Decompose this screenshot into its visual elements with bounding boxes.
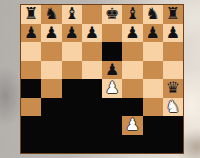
square-c2[interactable] [62, 116, 82, 135]
square-f4[interactable] [122, 79, 142, 98]
square-h2[interactable] [163, 116, 183, 135]
square-c3[interactable] [62, 98, 82, 117]
square-g8[interactable]: ♞ [143, 5, 163, 24]
square-b6[interactable] [41, 42, 61, 61]
black-queen-h4: ♛ [166, 79, 180, 97]
square-h7[interactable]: ♟ [163, 24, 183, 43]
square-a4[interactable] [21, 79, 41, 98]
black-rook-a8: ♜ [24, 5, 38, 23]
black-pawn-a7: ♟ [24, 24, 38, 42]
square-a3[interactable] [21, 98, 41, 117]
square-a7[interactable]: ♟ [21, 24, 41, 43]
square-g2[interactable] [143, 116, 163, 135]
square-d4[interactable] [82, 79, 102, 98]
square-f2[interactable]: ♟ [122, 116, 142, 135]
white-knight-h3: ♞ [166, 98, 180, 116]
black-pawn-f7: ♟ [125, 24, 139, 42]
square-h8[interactable]: ♜ [163, 5, 183, 24]
square-a8[interactable]: ♜ [21, 5, 41, 24]
square-c6[interactable] [62, 42, 82, 61]
square-h4[interactable]: ♛ [163, 79, 183, 98]
square-c1[interactable] [62, 135, 82, 154]
square-b4[interactable] [41, 79, 61, 98]
square-d6[interactable] [82, 42, 102, 61]
black-bishop-c8: ♝ [64, 5, 78, 23]
square-d1[interactable] [82, 135, 102, 154]
square-a1[interactable] [21, 135, 41, 154]
square-a6[interactable] [21, 42, 41, 61]
square-b3[interactable] [41, 98, 61, 117]
chess-board: ♜♞♝♚♝♞♜♟♟♟♟♟♟♟♟♟♛♞♟ [20, 4, 184, 154]
square-h5[interactable] [163, 61, 183, 80]
square-b1[interactable] [41, 135, 61, 154]
square-e8[interactable]: ♚ [102, 5, 122, 24]
square-f7[interactable]: ♟ [122, 24, 142, 43]
black-rook-h8: ♜ [166, 5, 180, 23]
square-b5[interactable] [41, 61, 61, 80]
app-background: ♜♞♝♚♝♞♜♟♟♟♟♟♟♟♟♟♛♞♟ [0, 0, 200, 158]
square-b8[interactable]: ♞ [41, 5, 61, 24]
square-f6[interactable] [122, 42, 142, 61]
black-pawn-h7: ♟ [166, 24, 180, 42]
square-c5[interactable] [62, 61, 82, 80]
square-d5[interactable] [82, 61, 102, 80]
square-h3[interactable]: ♞ [163, 98, 183, 117]
square-e6[interactable] [102, 42, 122, 61]
black-king-e8: ♚ [105, 5, 119, 23]
square-c8[interactable]: ♝ [62, 5, 82, 24]
square-a5[interactable] [21, 61, 41, 80]
square-h1[interactable] [163, 135, 183, 154]
square-g7[interactable]: ♟ [143, 24, 163, 43]
square-e4[interactable]: ♟ [102, 79, 122, 98]
square-d7[interactable]: ♟ [82, 24, 102, 43]
black-pawn-e5: ♟ [105, 61, 119, 79]
square-e2[interactable] [102, 116, 122, 135]
square-g3[interactable] [143, 98, 163, 117]
black-bishop-f8: ♝ [125, 5, 139, 23]
black-knight-b8: ♞ [44, 5, 58, 23]
square-d8[interactable] [82, 5, 102, 24]
square-h6[interactable] [163, 42, 183, 61]
square-g6[interactable] [143, 42, 163, 61]
white-pawn-e4: ♟ [105, 79, 119, 97]
square-b7[interactable]: ♟ [41, 24, 61, 43]
square-d2[interactable] [82, 116, 102, 135]
black-pawn-g7: ♟ [145, 24, 159, 42]
square-c7[interactable]: ♟ [62, 24, 82, 43]
square-f3[interactable] [122, 98, 142, 117]
square-f5[interactable] [122, 61, 142, 80]
black-pawn-c7: ♟ [64, 24, 78, 42]
square-c4[interactable] [62, 79, 82, 98]
square-f1[interactable] [122, 135, 142, 154]
square-g4[interactable] [143, 79, 163, 98]
square-e1[interactable] [102, 135, 122, 154]
square-f8[interactable]: ♝ [122, 5, 142, 24]
square-g5[interactable] [143, 61, 163, 80]
square-e7[interactable] [102, 24, 122, 43]
black-knight-g8: ♞ [145, 5, 159, 23]
square-d3[interactable] [82, 98, 102, 117]
square-b2[interactable] [41, 116, 61, 135]
square-a2[interactable] [21, 116, 41, 135]
black-pawn-d7: ♟ [85, 24, 99, 42]
square-e5[interactable]: ♟ [102, 61, 122, 80]
square-e3[interactable] [102, 98, 122, 117]
white-pawn-f2: ♟ [125, 116, 139, 134]
black-pawn-b7: ♟ [44, 24, 58, 42]
square-g1[interactable] [143, 135, 163, 154]
